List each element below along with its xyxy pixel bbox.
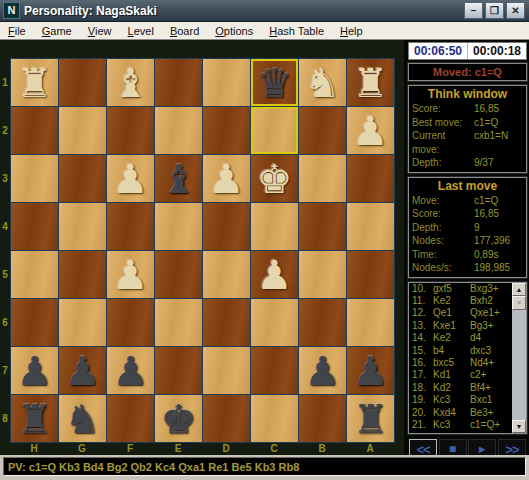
square-c3[interactable]: ♚: [251, 155, 298, 202]
app-window: N Personality: NagaSkaki – ❐ ✕ FileGameV…: [0, 0, 529, 480]
square-a6[interactable]: [347, 299, 394, 346]
move-list-row[interactable]: 12.Qe1Qxe1+: [409, 307, 526, 319]
scrollbar-thumb[interactable]: ≡: [512, 296, 526, 310]
move-number: 14.: [412, 332, 433, 344]
close-icon[interactable]: ✕: [506, 2, 525, 19]
square-h6[interactable]: [11, 299, 58, 346]
move-number: 18.: [412, 382, 433, 394]
rank-label-8: 8: [0, 394, 10, 442]
pv-line: PV: c1=Q Kb3 Bd4 Bg2 Qb2 Kc4 Qxa1 Re1 Be…: [4, 461, 299, 473]
white-move: Kc3: [433, 419, 470, 431]
last-move-title: Last move: [412, 179, 523, 194]
info-value: cxb1=N: [474, 129, 523, 156]
file-label-f: F: [106, 443, 154, 455]
square-f7[interactable]: ♟: [107, 347, 154, 394]
move-list-row[interactable]: 21.Kc3c1=Q+: [409, 419, 526, 431]
menu-item-view[interactable]: View: [80, 22, 120, 39]
white-clock: 00:06:50: [409, 43, 468, 59]
info-label: Move:: [412, 194, 474, 208]
info-label: Score:: [412, 102, 474, 116]
piece-black-pawn[interactable]: ♟: [113, 348, 149, 394]
white-move: gxf5: [433, 283, 470, 295]
square-d1[interactable]: [203, 59, 250, 106]
piece-black-rook[interactable]: ♜: [17, 396, 53, 442]
file-label-c: C: [250, 443, 298, 455]
square-g6[interactable]: [59, 299, 106, 346]
move-list[interactable]: 10.gxf5Bxg3+11.Ke2Bxh212.Qe1Qxe1+13.Kxe1…: [408, 282, 527, 434]
move-number: 20.: [412, 407, 433, 419]
menu-bar: FileGameViewLevelBoardOptionsHash TableH…: [0, 22, 529, 40]
piece-white-pawn[interactable]: ♟: [113, 156, 149, 202]
square-a4[interactable]: [347, 203, 394, 250]
square-g3[interactable]: [59, 155, 106, 202]
menu-item-file[interactable]: File: [0, 22, 34, 39]
square-e1[interactable]: [155, 59, 202, 106]
move-list-row[interactable]: 17.Kd1c2+: [409, 369, 526, 381]
square-a2[interactable]: ♟: [347, 107, 394, 154]
menu-item-options[interactable]: Options: [207, 22, 261, 39]
file-labels: HGFEDCBA: [10, 443, 395, 455]
piece-white-pawn[interactable]: ♟: [113, 252, 149, 298]
square-b2[interactable]: [299, 107, 346, 154]
right-panel: 00:06:50 00:00:18 Moved: c1=Q Think wind…: [408, 42, 527, 460]
info-value: 198,985: [474, 261, 523, 275]
info-label: Current move:: [412, 129, 474, 156]
square-e7[interactable]: [155, 347, 202, 394]
info-row: Nodes/s:198,985: [412, 261, 523, 275]
window-controls: – ❐ ✕: [464, 2, 525, 19]
info-row: Current move:cxb1=N: [412, 129, 523, 156]
square-b6[interactable]: [299, 299, 346, 346]
move-number: 19.: [412, 394, 433, 406]
status-bar-frame: PV: c1=Q Kb3 Bd4 Bg2 Qb2 Kc4 Qxa1 Re1 Be…: [0, 455, 529, 480]
file-label-d: D: [202, 443, 250, 455]
white-move: Qe1: [433, 307, 470, 319]
square-f1[interactable]: ♝: [107, 59, 154, 106]
piece-black-bishop[interactable]: ♝: [161, 156, 197, 202]
square-d7[interactable]: [203, 347, 250, 394]
square-h4[interactable]: [11, 203, 58, 250]
menu-item-hash-table[interactable]: Hash Table: [261, 22, 332, 39]
piece-white-knight[interactable]: ♞: [305, 60, 341, 106]
white-move: Ke2: [433, 332, 470, 344]
piece-white-king[interactable]: ♚: [257, 156, 293, 202]
move-list-row[interactable]: 16.bxc5Nd4+: [409, 357, 526, 369]
white-move: Kd2: [433, 382, 470, 394]
clock-panel: 00:06:50 00:00:18: [408, 42, 527, 60]
menu-item-help[interactable]: Help: [332, 22, 371, 39]
info-value: 16,85: [474, 207, 523, 221]
square-e2[interactable]: [155, 107, 202, 154]
square-b4[interactable]: [299, 203, 346, 250]
black-clock: 00:00:18: [468, 43, 526, 59]
piece-white-pawn[interactable]: ♟: [257, 252, 293, 298]
info-value: 177,396: [474, 234, 523, 248]
rank-label-3: 3: [0, 154, 10, 202]
move-list-row[interactable]: 19.Kc3Bxc1: [409, 394, 526, 406]
info-label: Nodes:: [412, 234, 474, 248]
square-b3[interactable]: [299, 155, 346, 202]
move-list-row[interactable]: 18.Kd2Bf4+: [409, 382, 526, 394]
info-label: Best move:: [412, 116, 474, 130]
info-row: Depth:9: [412, 221, 523, 235]
move-number: 15.: [412, 345, 433, 357]
info-row: Nodes:177,396: [412, 234, 523, 248]
info-label: Depth:: [412, 156, 474, 170]
info-label: Score:: [412, 207, 474, 221]
white-move: Kd1: [433, 369, 470, 381]
move-number: 13.: [412, 320, 433, 332]
info-row: Move:c1=Q: [412, 194, 523, 208]
move-number: 12.: [412, 307, 433, 319]
square-d5[interactable]: [203, 251, 250, 298]
move-list-row[interactable]: 15.b4dxc3: [409, 345, 526, 357]
move-number: 17.: [412, 369, 433, 381]
square-b5[interactable]: [299, 251, 346, 298]
square-h7[interactable]: ♟: [11, 347, 58, 394]
square-e8[interactable]: ♚: [155, 395, 202, 442]
square-b7[interactable]: ♟: [299, 347, 346, 394]
square-h8[interactable]: ♜: [11, 395, 58, 442]
square-c5[interactable]: ♟: [251, 251, 298, 298]
piece-white-bishop[interactable]: ♝: [113, 60, 149, 106]
white-move: bxc5: [433, 357, 470, 369]
info-label: Nodes/s:: [412, 261, 474, 275]
square-c8[interactable]: [251, 395, 298, 442]
piece-black-pawn[interactable]: ♟: [17, 348, 53, 394]
square-c1[interactable]: ♛: [251, 59, 298, 106]
move-number: 16.: [412, 357, 433, 369]
square-c6[interactable]: [251, 299, 298, 346]
square-c2[interactable]: [251, 107, 298, 154]
piece-white-pawn[interactable]: ♟: [209, 156, 245, 202]
think-window-title: Think window: [412, 87, 523, 102]
move-list-row[interactable]: 10.gxf5Bxg3+: [409, 283, 526, 295]
white-move: b4: [433, 345, 470, 357]
square-d8[interactable]: [203, 395, 250, 442]
app-icon: N: [3, 2, 20, 19]
board-area: 12345678 ♜♝♛♞♜♟♟♝♟♚♟♟♟♟♟♟♟♜♞♚♜ HGFEDCBA: [0, 40, 404, 455]
file-label-a: A: [346, 443, 394, 455]
file-label-h: H: [10, 443, 58, 455]
square-f2[interactable]: [107, 107, 154, 154]
move-number: 21.: [412, 419, 433, 431]
square-g2[interactable]: [59, 107, 106, 154]
last-move-panel: Last move Move:c1=QScore:16,85Depth:9Nod…: [408, 177, 527, 278]
moved-banner: Moved: c1=Q: [408, 63, 527, 81]
square-g7[interactable]: ♟: [59, 347, 106, 394]
white-move: Kc3: [433, 394, 470, 406]
move-number: 10.: [412, 283, 433, 295]
piece-white-rook[interactable]: ♜: [17, 60, 53, 106]
piece-white-rook[interactable]: ♜: [353, 60, 389, 106]
rank-label-5: 5: [0, 250, 10, 298]
square-g4[interactable]: [59, 203, 106, 250]
piece-white-pawn[interactable]: ♟: [353, 108, 389, 154]
move-list-scrollbar[interactable]: ▲ ≡ ▼: [512, 283, 526, 433]
play-icon: ►: [477, 444, 488, 455]
white-move: Kxe1: [433, 320, 470, 332]
square-a3[interactable]: [347, 155, 394, 202]
move-number: 11.: [412, 295, 433, 307]
menu-item-game[interactable]: Game: [34, 22, 80, 39]
maximize-icon[interactable]: ❐: [485, 2, 504, 19]
square-e5[interactable]: [155, 251, 202, 298]
square-e4[interactable]: [155, 203, 202, 250]
info-value: 9/37: [474, 156, 523, 170]
square-g8[interactable]: ♞: [59, 395, 106, 442]
square-f6[interactable]: [107, 299, 154, 346]
move-list-row[interactable]: 14.Ke2d4: [409, 332, 526, 344]
square-a1[interactable]: ♜: [347, 59, 394, 106]
menu-item-board[interactable]: Board: [162, 22, 207, 39]
info-label: Depth:: [412, 221, 474, 235]
file-label-g: G: [58, 443, 106, 455]
chess-board[interactable]: ♜♝♛♞♜♟♟♝♟♚♟♟♟♟♟♟♟♜♞♚♜: [10, 58, 395, 443]
stop-icon: ■: [449, 443, 456, 455]
square-a7[interactable]: ♟: [347, 347, 394, 394]
move-list-row[interactable]: 13.Kxe1Bg3+: [409, 320, 526, 332]
piece-black-knight[interactable]: ♞: [65, 396, 101, 442]
square-f4[interactable]: [107, 203, 154, 250]
think-window-panel: Think window Score:16,85Best move:c1=QCu…: [408, 85, 527, 173]
menu-item-level[interactable]: Level: [120, 22, 162, 39]
info-row: Time:0,89s: [412, 248, 523, 262]
square-c4[interactable]: [251, 203, 298, 250]
info-value: c1=Q: [474, 116, 523, 130]
move-list-row[interactable]: 20.Kxd4Be3+: [409, 407, 526, 419]
square-a8[interactable]: ♜: [347, 395, 394, 442]
status-bar: PV: c1=Q Kb3 Bd4 Bg2 Qb2 Kc4 Qxa1 Re1 Be…: [3, 457, 526, 476]
rank-label-2: 2: [0, 106, 10, 154]
square-h3[interactable]: [11, 155, 58, 202]
file-label-e: E: [154, 443, 202, 455]
square-h2[interactable]: [11, 107, 58, 154]
info-row: Depth:9/37: [412, 156, 523, 170]
rank-label-7: 7: [0, 346, 10, 394]
piece-black-pawn[interactable]: ♟: [353, 348, 389, 394]
file-label-b: B: [298, 443, 346, 455]
square-e3[interactable]: ♝: [155, 155, 202, 202]
rank-label-6: 6: [0, 298, 10, 346]
minimize-icon[interactable]: –: [464, 2, 483, 19]
square-g5[interactable]: [59, 251, 106, 298]
square-e6[interactable]: [155, 299, 202, 346]
square-b1[interactable]: ♞: [299, 59, 346, 106]
square-f5[interactable]: ♟: [107, 251, 154, 298]
rank-label-4: 4: [0, 202, 10, 250]
white-move: Kxd4: [433, 407, 470, 419]
piece-black-rook[interactable]: ♜: [353, 396, 389, 442]
square-c7[interactable]: [251, 347, 298, 394]
square-d4[interactable]: [203, 203, 250, 250]
info-row: Best move:c1=Q: [412, 116, 523, 130]
square-h1[interactable]: ♜: [11, 59, 58, 106]
rank-label-1: 1: [0, 58, 10, 106]
info-row: Score:16,85: [412, 102, 523, 116]
info-value: 9: [474, 221, 523, 235]
square-g1[interactable]: [59, 59, 106, 106]
window-title: Personality: NagaSkaki: [24, 4, 157, 18]
piece-black-queen[interactable]: ♛: [257, 60, 293, 106]
square-f8[interactable]: [107, 395, 154, 442]
move-list-row[interactable]: 11.Ke2Bxh2: [409, 295, 526, 307]
title-bar[interactable]: N Personality: NagaSkaki – ❐ ✕: [0, 0, 529, 22]
piece-black-pawn[interactable]: ♟: [305, 348, 341, 394]
square-d3[interactable]: ♟: [203, 155, 250, 202]
scrollbar-up-icon[interactable]: ▲: [512, 283, 526, 296]
info-row: Score:16,85: [412, 207, 523, 221]
square-d6[interactable]: [203, 299, 250, 346]
rank-labels: 12345678: [0, 58, 10, 442]
square-f3[interactable]: ♟: [107, 155, 154, 202]
square-d2[interactable]: [203, 107, 250, 154]
main-area: 12345678 ♜♝♛♞♜♟♟♝♟♚♟♟♟♟♟♟♟♜♞♚♜ HGFEDCBA …: [0, 40, 529, 455]
info-value: c1=Q: [474, 194, 523, 208]
square-b8[interactable]: [299, 395, 346, 442]
white-move: Ke2: [433, 295, 470, 307]
scrollbar-down-icon[interactable]: ▼: [512, 420, 526, 433]
info-value: 0,89s: [474, 248, 523, 262]
piece-black-king[interactable]: ♚: [161, 396, 197, 442]
info-label: Time:: [412, 248, 474, 262]
square-h5[interactable]: [11, 251, 58, 298]
info-value: 16,85: [474, 102, 523, 116]
square-a5[interactable]: [347, 251, 394, 298]
piece-black-pawn[interactable]: ♟: [65, 348, 101, 394]
